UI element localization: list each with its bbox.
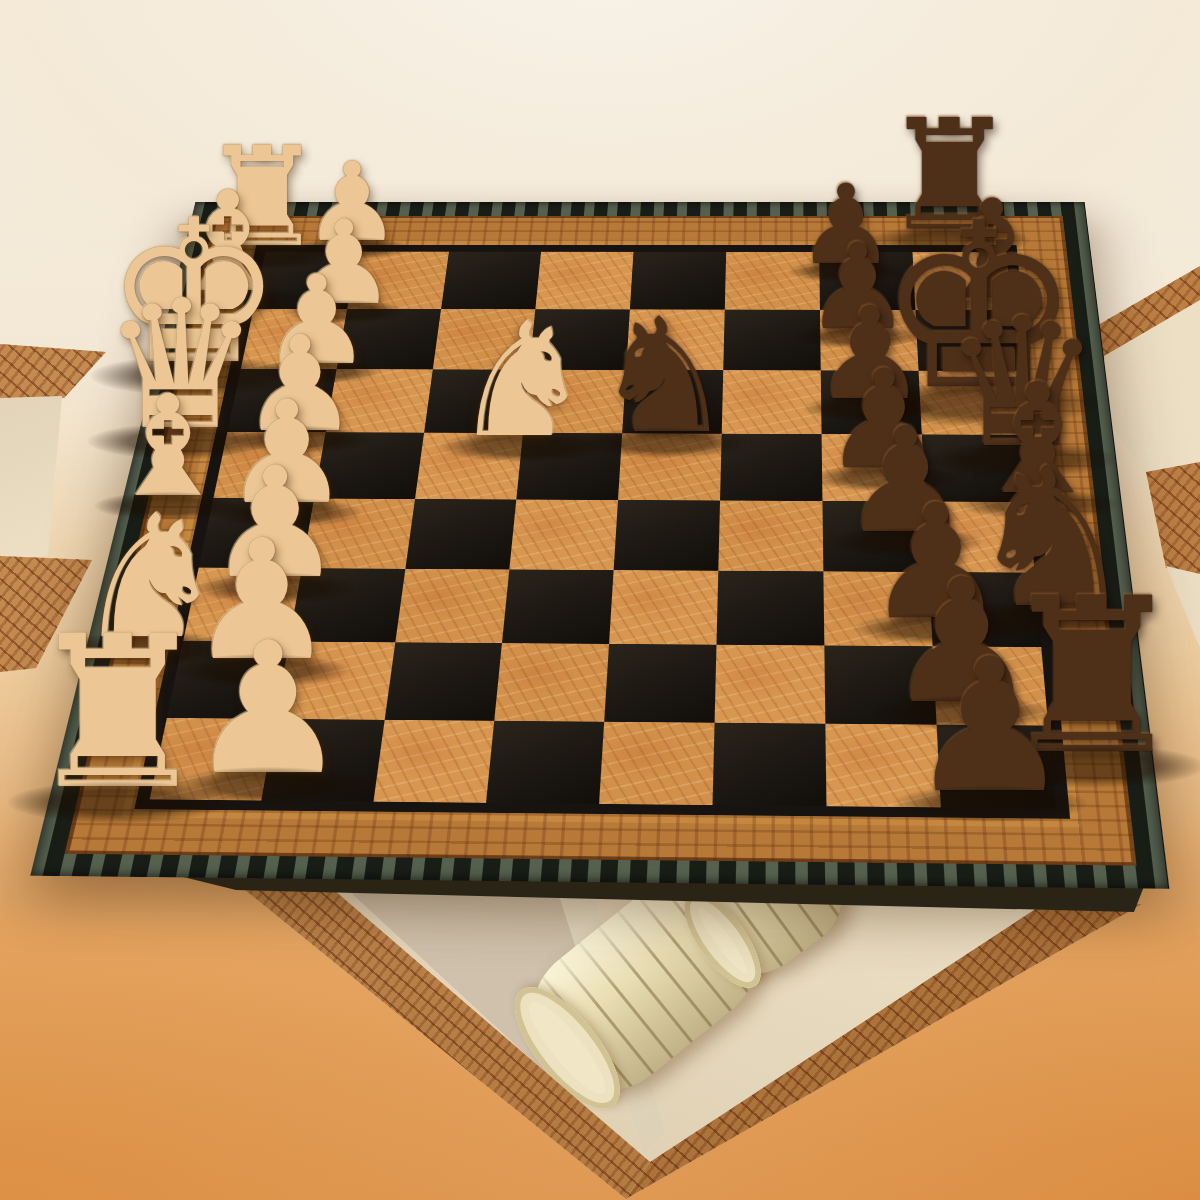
- square-d6[interactable]: [718, 500, 823, 571]
- square-a6[interactable]: [713, 723, 827, 807]
- square-b6[interactable]: [715, 645, 826, 724]
- scene: ♜♟♜♟♝♝♟♟♟♚♚♟♛♟♞♞♛♟♝♝♟♟♟♞♟♞♟♟♜♟♜♟: [0, 0, 1200, 1200]
- piece-shadow: [8, 781, 229, 823]
- square-c6[interactable]: [716, 571, 824, 646]
- white-knight-glyph: ♞: [451, 301, 593, 459]
- piece-black-pawn-a7[interactable]: ♟: [908, 634, 1073, 818]
- square-c4[interactable]: [502, 569, 614, 643]
- piece-shadow: [581, 427, 747, 459]
- square-b4[interactable]: [494, 643, 609, 722]
- square-d4[interactable]: [509, 500, 618, 571]
- square-d5[interactable]: [614, 500, 720, 571]
- square-b5[interactable]: [604, 644, 716, 723]
- square-d3[interactable]: [405, 499, 516, 569]
- square-f6[interactable]: [722, 370, 822, 434]
- square-a3[interactable]: [373, 720, 494, 803]
- square-a4[interactable]: [486, 721, 604, 804]
- piece-shadow: [893, 785, 1086, 822]
- piece-white-rook-a1[interactable]: ♜: [24, 609, 212, 819]
- square-c5[interactable]: [609, 570, 718, 645]
- piece-black-knight-f5[interactable]: ♞: [593, 297, 735, 455]
- piece-white-knight-e4[interactable]: ♞: [451, 301, 593, 459]
- square-c3[interactable]: [395, 569, 509, 643]
- square-a5[interactable]: [599, 722, 715, 805]
- square-b3[interactable]: [385, 642, 502, 720]
